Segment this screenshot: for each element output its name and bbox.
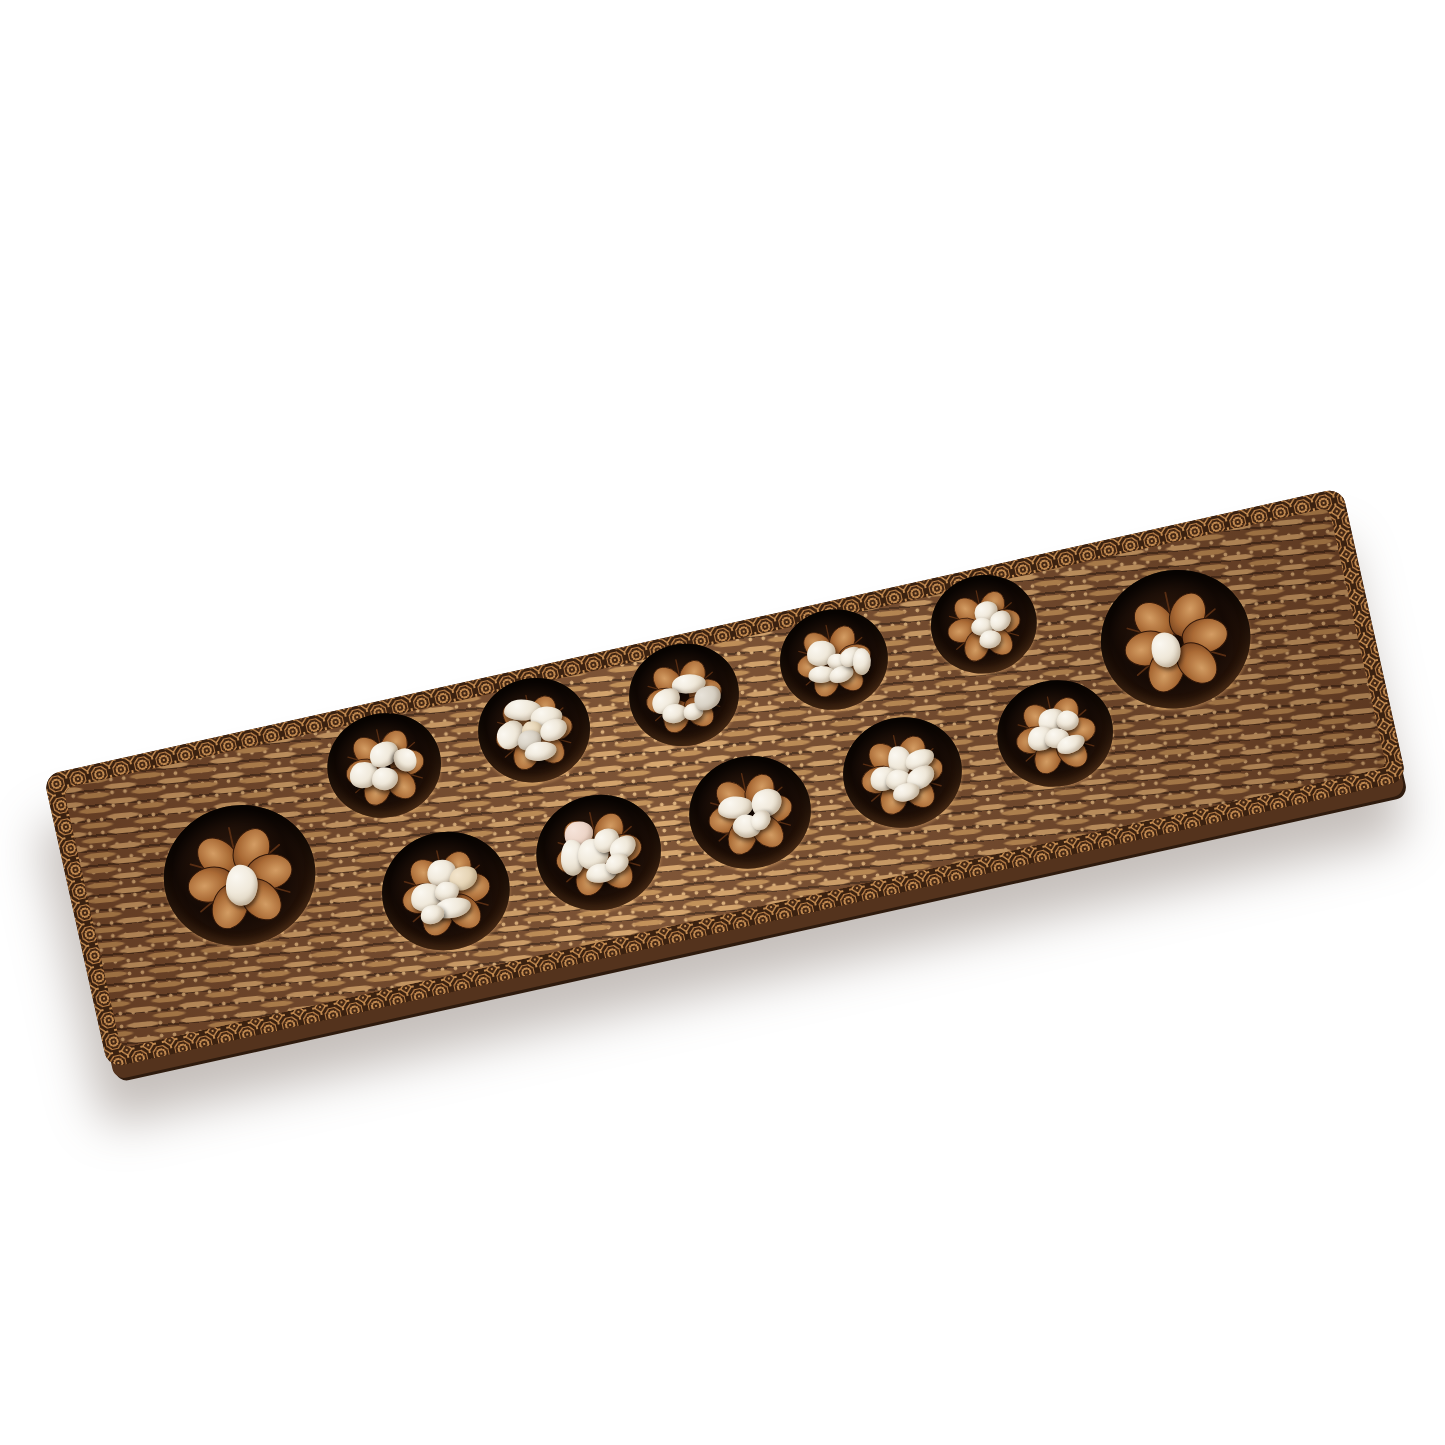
pit-front-3[interactable]	[678, 744, 821, 880]
pit-front-5[interactable]	[987, 669, 1123, 798]
flower-motif	[625, 638, 744, 751]
pit-front-4[interactable]	[832, 706, 972, 839]
board-spiral-border	[43, 488, 1406, 1069]
product-photo-background	[0, 0, 1445, 1445]
pit-layer	[43, 488, 1406, 1069]
congklak-board	[43, 488, 1406, 1069]
pit-back-2[interactable]	[468, 668, 600, 793]
pit-store-left[interactable]	[150, 791, 329, 960]
pit-front-2[interactable]	[525, 783, 672, 922]
pit-store-right[interactable]	[1087, 556, 1263, 723]
pit-back-1[interactable]	[317, 702, 451, 829]
pit-front-1[interactable]	[371, 820, 521, 963]
pit-back-3[interactable]	[619, 634, 748, 757]
pit-back-5[interactable]	[922, 565, 1047, 683]
pit-back-4[interactable]	[770, 599, 897, 719]
